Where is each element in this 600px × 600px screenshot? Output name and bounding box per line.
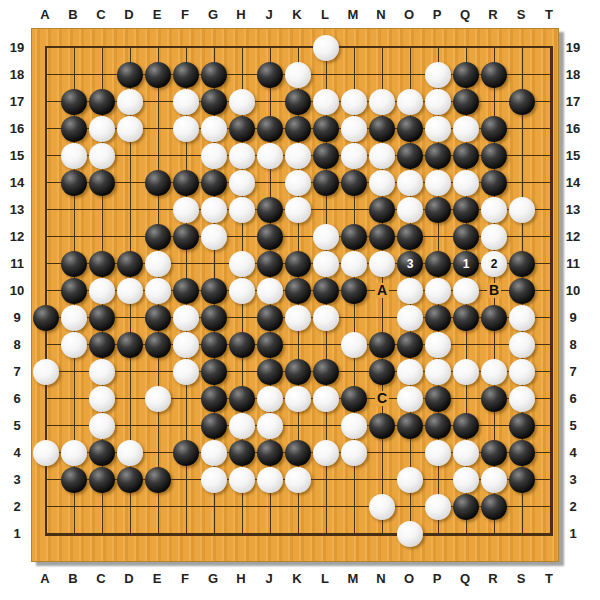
board-point[interactable] <box>396 142 424 169</box>
board-point[interactable] <box>32 196 60 223</box>
board-point[interactable] <box>200 520 228 547</box>
board-point[interactable] <box>340 277 368 304</box>
board-point[interactable] <box>172 412 200 439</box>
board-point[interactable] <box>536 196 564 223</box>
board-point[interactable] <box>60 385 88 412</box>
board-point[interactable] <box>312 412 340 439</box>
board-point[interactable] <box>88 196 116 223</box>
board-point[interactable] <box>32 115 60 142</box>
board-point[interactable] <box>144 385 172 412</box>
board-point[interactable] <box>284 331 312 358</box>
board-point[interactable]: C <box>368 385 396 412</box>
board-point[interactable] <box>312 88 340 115</box>
board-point[interactable] <box>312 358 340 385</box>
board-point[interactable] <box>396 223 424 250</box>
board-point[interactable] <box>144 115 172 142</box>
board-point[interactable] <box>116 358 144 385</box>
board-point[interactable] <box>256 115 284 142</box>
board-point[interactable] <box>284 88 312 115</box>
board-point[interactable] <box>452 331 480 358</box>
board-point[interactable] <box>88 115 116 142</box>
board-point[interactable] <box>340 466 368 493</box>
board-point[interactable] <box>312 466 340 493</box>
board-point[interactable] <box>200 169 228 196</box>
board-point[interactable] <box>88 142 116 169</box>
board-point[interactable] <box>536 520 564 547</box>
board-point[interactable] <box>480 304 508 331</box>
board-point[interactable] <box>536 493 564 520</box>
board-point[interactable] <box>172 34 200 61</box>
board-point[interactable] <box>452 385 480 412</box>
board-point[interactable] <box>60 34 88 61</box>
board-point[interactable] <box>32 250 60 277</box>
board-point[interactable] <box>32 61 60 88</box>
board-point[interactable] <box>312 277 340 304</box>
board-point[interactable] <box>508 169 536 196</box>
board-point[interactable] <box>172 88 200 115</box>
board-point[interactable] <box>200 223 228 250</box>
board-point[interactable] <box>284 385 312 412</box>
board-point[interactable] <box>480 520 508 547</box>
board-point[interactable] <box>340 250 368 277</box>
board-point[interactable] <box>144 34 172 61</box>
board-point[interactable] <box>536 88 564 115</box>
board-point[interactable] <box>536 412 564 439</box>
board-point[interactable] <box>508 385 536 412</box>
board-point[interactable] <box>396 34 424 61</box>
board-point[interactable] <box>284 223 312 250</box>
board-point[interactable] <box>452 358 480 385</box>
board-point[interactable] <box>312 223 340 250</box>
board-point[interactable] <box>480 223 508 250</box>
board-point[interactable] <box>228 304 256 331</box>
board-point[interactable] <box>480 115 508 142</box>
board-point[interactable] <box>256 331 284 358</box>
board-point[interactable] <box>228 466 256 493</box>
board-point[interactable] <box>424 331 452 358</box>
board-point[interactable] <box>32 304 60 331</box>
board-point[interactable] <box>144 331 172 358</box>
board-point[interactable] <box>396 412 424 439</box>
board-point[interactable] <box>228 223 256 250</box>
board-point[interactable] <box>116 331 144 358</box>
board-point[interactable] <box>284 358 312 385</box>
board-point[interactable] <box>340 304 368 331</box>
board-point[interactable] <box>396 61 424 88</box>
board-point[interactable] <box>256 34 284 61</box>
board-point[interactable] <box>396 520 424 547</box>
board-point[interactable] <box>424 466 452 493</box>
board-point[interactable] <box>200 412 228 439</box>
board-point[interactable] <box>256 142 284 169</box>
board-point[interactable] <box>144 412 172 439</box>
board-point[interactable] <box>32 466 60 493</box>
board-point[interactable] <box>480 34 508 61</box>
board-point[interactable] <box>144 196 172 223</box>
board-point[interactable] <box>368 223 396 250</box>
board-point[interactable] <box>88 439 116 466</box>
board-point[interactable] <box>368 142 396 169</box>
board-point[interactable] <box>424 412 452 439</box>
board-point[interactable]: 2 <box>480 250 508 277</box>
board-point[interactable] <box>284 412 312 439</box>
board-point[interactable] <box>508 304 536 331</box>
board-point[interactable] <box>172 493 200 520</box>
board-point[interactable] <box>312 115 340 142</box>
board-point[interactable] <box>116 412 144 439</box>
board-point[interactable] <box>60 115 88 142</box>
board-point[interactable] <box>284 277 312 304</box>
board-point[interactable] <box>396 385 424 412</box>
board-point[interactable] <box>200 385 228 412</box>
board-point[interactable] <box>228 115 256 142</box>
board-point[interactable] <box>340 88 368 115</box>
board-point[interactable] <box>480 358 508 385</box>
board-point[interactable] <box>172 439 200 466</box>
board-point[interactable] <box>312 250 340 277</box>
board-point[interactable] <box>508 439 536 466</box>
board-point[interactable] <box>60 304 88 331</box>
board-point[interactable] <box>88 223 116 250</box>
board-point[interactable] <box>424 196 452 223</box>
board-point[interactable] <box>116 169 144 196</box>
board-point[interactable] <box>256 304 284 331</box>
board-point[interactable] <box>452 61 480 88</box>
board-point[interactable] <box>228 520 256 547</box>
board-point[interactable] <box>284 439 312 466</box>
board-point[interactable] <box>200 88 228 115</box>
board-point[interactable] <box>228 142 256 169</box>
board-point[interactable] <box>396 331 424 358</box>
board-point[interactable] <box>452 520 480 547</box>
board-point[interactable] <box>508 466 536 493</box>
board-point[interactable] <box>144 358 172 385</box>
board-point[interactable] <box>480 412 508 439</box>
board-point[interactable] <box>480 385 508 412</box>
board-point[interactable] <box>340 115 368 142</box>
board-point[interactable] <box>32 412 60 439</box>
board-point[interactable] <box>508 223 536 250</box>
board-point[interactable] <box>424 520 452 547</box>
board-point[interactable] <box>424 88 452 115</box>
board-point[interactable] <box>340 169 368 196</box>
board-point[interactable] <box>368 115 396 142</box>
board-point[interactable] <box>284 61 312 88</box>
board-point[interactable] <box>228 250 256 277</box>
board-point[interactable] <box>452 196 480 223</box>
board-point[interactable] <box>452 412 480 439</box>
board-point[interactable] <box>536 34 564 61</box>
board-point[interactable] <box>368 61 396 88</box>
board-point[interactable] <box>172 169 200 196</box>
board-point[interactable] <box>88 412 116 439</box>
board-point[interactable] <box>312 520 340 547</box>
board-point[interactable] <box>452 34 480 61</box>
board-point[interactable] <box>508 196 536 223</box>
board-point[interactable] <box>116 277 144 304</box>
board-point[interactable] <box>284 169 312 196</box>
board-point[interactable] <box>32 385 60 412</box>
board-point[interactable] <box>32 277 60 304</box>
board-point[interactable] <box>256 196 284 223</box>
board-point[interactable] <box>256 223 284 250</box>
board-point[interactable] <box>256 88 284 115</box>
board-point[interactable] <box>88 493 116 520</box>
board-point[interactable] <box>144 61 172 88</box>
board-point[interactable] <box>256 61 284 88</box>
board-point[interactable] <box>424 169 452 196</box>
board-point[interactable] <box>116 304 144 331</box>
board-point[interactable] <box>144 466 172 493</box>
board-point[interactable] <box>88 304 116 331</box>
board-point[interactable] <box>396 466 424 493</box>
board-point[interactable] <box>480 439 508 466</box>
board-point[interactable] <box>424 304 452 331</box>
board-point[interactable] <box>144 169 172 196</box>
board-point[interactable] <box>60 277 88 304</box>
board-point[interactable] <box>256 169 284 196</box>
board-point[interactable] <box>256 385 284 412</box>
board-point[interactable] <box>116 196 144 223</box>
board-point[interactable] <box>256 466 284 493</box>
board-point[interactable] <box>32 520 60 547</box>
board-point[interactable] <box>88 88 116 115</box>
board-point[interactable] <box>256 412 284 439</box>
board-point[interactable] <box>172 358 200 385</box>
board-point[interactable] <box>368 196 396 223</box>
board-point[interactable]: 3 <box>396 250 424 277</box>
board-point[interactable] <box>536 385 564 412</box>
board-point[interactable] <box>508 34 536 61</box>
board-point[interactable] <box>144 493 172 520</box>
board-point[interactable] <box>536 223 564 250</box>
board-point[interactable] <box>200 61 228 88</box>
board-point[interactable] <box>480 88 508 115</box>
board-point[interactable] <box>396 196 424 223</box>
board-point[interactable] <box>312 493 340 520</box>
board-point[interactable] <box>32 439 60 466</box>
board-point[interactable] <box>452 223 480 250</box>
board-point[interactable] <box>536 439 564 466</box>
board-point[interactable] <box>60 358 88 385</box>
board-point[interactable] <box>88 34 116 61</box>
board-point[interactable] <box>284 34 312 61</box>
board-point[interactable] <box>116 61 144 88</box>
board-point[interactable] <box>340 196 368 223</box>
board-point[interactable] <box>144 88 172 115</box>
board-point[interactable] <box>116 115 144 142</box>
board-point[interactable] <box>144 520 172 547</box>
board-point[interactable] <box>480 169 508 196</box>
board-point[interactable] <box>452 439 480 466</box>
board-point[interactable] <box>480 142 508 169</box>
board-point[interactable] <box>88 61 116 88</box>
board-point[interactable] <box>312 169 340 196</box>
board-point[interactable] <box>228 493 256 520</box>
board-point[interactable]: B <box>480 277 508 304</box>
board-point[interactable] <box>480 196 508 223</box>
board-point[interactable] <box>60 61 88 88</box>
board-point[interactable] <box>60 223 88 250</box>
board-point[interactable] <box>368 304 396 331</box>
board-point[interactable] <box>256 439 284 466</box>
board-point[interactable] <box>368 520 396 547</box>
board-point[interactable] <box>200 277 228 304</box>
board-point[interactable] <box>536 358 564 385</box>
board-point[interactable] <box>340 412 368 439</box>
board-point[interactable] <box>32 142 60 169</box>
board-point[interactable] <box>508 88 536 115</box>
board-point[interactable] <box>200 34 228 61</box>
board-point[interactable] <box>340 520 368 547</box>
board-point[interactable] <box>424 34 452 61</box>
board-point[interactable] <box>228 385 256 412</box>
board-point[interactable] <box>424 493 452 520</box>
board-point[interactable] <box>340 34 368 61</box>
board-point[interactable] <box>228 88 256 115</box>
board-point[interactable] <box>228 331 256 358</box>
board-point[interactable] <box>424 385 452 412</box>
board-point[interactable] <box>368 331 396 358</box>
board-point[interactable] <box>60 466 88 493</box>
board-point[interactable] <box>424 61 452 88</box>
board-point[interactable] <box>396 277 424 304</box>
board-point[interactable] <box>508 142 536 169</box>
board-point[interactable] <box>88 385 116 412</box>
board-point[interactable] <box>536 115 564 142</box>
board-point[interactable] <box>88 169 116 196</box>
board-point[interactable] <box>312 34 340 61</box>
board-point[interactable] <box>424 142 452 169</box>
board-point[interactable] <box>396 493 424 520</box>
board-point[interactable] <box>256 277 284 304</box>
board-point[interactable] <box>340 385 368 412</box>
board-point[interactable] <box>284 466 312 493</box>
board-point[interactable] <box>116 520 144 547</box>
board-point[interactable] <box>88 331 116 358</box>
board-point[interactable] <box>340 439 368 466</box>
board-point[interactable] <box>340 331 368 358</box>
board-point[interactable] <box>172 196 200 223</box>
board-point[interactable] <box>32 34 60 61</box>
board-point[interactable] <box>60 412 88 439</box>
board-point[interactable] <box>536 169 564 196</box>
board-point[interactable] <box>452 493 480 520</box>
board-point[interactable] <box>200 358 228 385</box>
board-point[interactable] <box>200 115 228 142</box>
board-point[interactable] <box>172 277 200 304</box>
board-point[interactable] <box>172 304 200 331</box>
board-point[interactable] <box>60 88 88 115</box>
board-point[interactable] <box>452 115 480 142</box>
board-point[interactable] <box>256 520 284 547</box>
board-point[interactable] <box>228 412 256 439</box>
board-point[interactable] <box>368 88 396 115</box>
board-point[interactable] <box>396 304 424 331</box>
board-point[interactable] <box>200 493 228 520</box>
board-point[interactable] <box>536 250 564 277</box>
board-point[interactable] <box>32 223 60 250</box>
board-point[interactable] <box>284 142 312 169</box>
board-point[interactable] <box>144 142 172 169</box>
board-point[interactable] <box>144 250 172 277</box>
board-point[interactable] <box>88 277 116 304</box>
board-point[interactable] <box>452 88 480 115</box>
board-point[interactable] <box>116 439 144 466</box>
board-point[interactable] <box>340 142 368 169</box>
board-point[interactable] <box>172 115 200 142</box>
board-point[interactable] <box>396 169 424 196</box>
board-point[interactable] <box>144 223 172 250</box>
board-point[interactable] <box>536 142 564 169</box>
board-point[interactable] <box>396 439 424 466</box>
board-point[interactable] <box>312 331 340 358</box>
board-point[interactable] <box>368 250 396 277</box>
board-point[interactable] <box>368 358 396 385</box>
board-point[interactable] <box>340 61 368 88</box>
board-point[interactable] <box>228 439 256 466</box>
board-point[interactable] <box>32 331 60 358</box>
board-point[interactable] <box>88 250 116 277</box>
board-point[interactable] <box>480 466 508 493</box>
board-point[interactable] <box>200 142 228 169</box>
board-point[interactable] <box>144 439 172 466</box>
board-point[interactable] <box>340 223 368 250</box>
board-point[interactable] <box>536 304 564 331</box>
board-point[interactable] <box>480 61 508 88</box>
board-point[interactable] <box>60 169 88 196</box>
board-point[interactable] <box>88 466 116 493</box>
board-point[interactable] <box>60 142 88 169</box>
board-point[interactable] <box>116 223 144 250</box>
board-point[interactable] <box>60 439 88 466</box>
board-point[interactable] <box>312 385 340 412</box>
board-point[interactable] <box>60 331 88 358</box>
board-point[interactable] <box>88 358 116 385</box>
board-point[interactable] <box>88 520 116 547</box>
board-point[interactable] <box>200 250 228 277</box>
board-point[interactable] <box>452 304 480 331</box>
board-point[interactable] <box>536 61 564 88</box>
board-point[interactable] <box>60 196 88 223</box>
board-point[interactable] <box>172 466 200 493</box>
board-point[interactable] <box>368 466 396 493</box>
board-point[interactable] <box>172 520 200 547</box>
board-point[interactable] <box>32 493 60 520</box>
board-point[interactable] <box>396 115 424 142</box>
board-point[interactable] <box>368 412 396 439</box>
board-point[interactable] <box>452 277 480 304</box>
board-point[interactable] <box>60 493 88 520</box>
board-point[interactable] <box>536 277 564 304</box>
board-point[interactable] <box>256 250 284 277</box>
board-point[interactable] <box>452 169 480 196</box>
board-point[interactable] <box>228 34 256 61</box>
board-point[interactable] <box>312 196 340 223</box>
board-point[interactable] <box>508 520 536 547</box>
board-point[interactable] <box>116 34 144 61</box>
board-point[interactable] <box>172 385 200 412</box>
board-point[interactable]: 1 <box>452 250 480 277</box>
board-point[interactable] <box>228 358 256 385</box>
board-point[interactable] <box>424 250 452 277</box>
board-point[interactable] <box>172 250 200 277</box>
board-point[interactable] <box>228 169 256 196</box>
board-point[interactable] <box>508 331 536 358</box>
board-point[interactable] <box>116 142 144 169</box>
board-point[interactable] <box>312 61 340 88</box>
board-point[interactable] <box>284 115 312 142</box>
